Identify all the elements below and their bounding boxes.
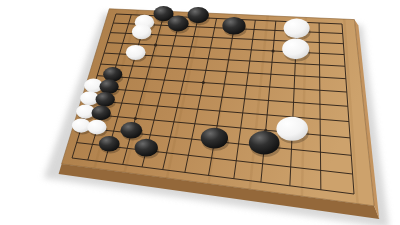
- go-board-render: [0, 0, 400, 225]
- render-canvas: [0, 0, 400, 225]
